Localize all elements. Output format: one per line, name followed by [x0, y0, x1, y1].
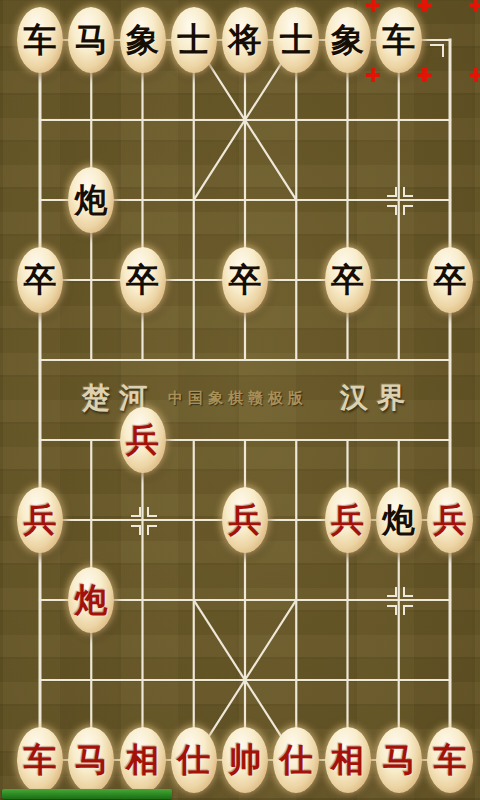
piece-glyph: 士: [280, 23, 313, 56]
board-point-marker: [131, 525, 141, 535]
piece-red-soldier[interactable]: 兵: [222, 487, 268, 553]
piece-black-cannon[interactable]: 炮: [68, 167, 114, 233]
board-point-marker: [147, 525, 157, 535]
board-point-marker: [131, 507, 141, 517]
board-point-marker: [387, 605, 397, 615]
piece-black-cannon[interactable]: 炮: [376, 487, 422, 553]
piece-glyph: 车: [382, 23, 415, 56]
piece-black-soldier[interactable]: 卒: [222, 247, 268, 313]
last-move-marker: [366, 68, 380, 82]
last-move-marker: [418, 0, 432, 12]
piece-black-soldier[interactable]: 卒: [325, 247, 371, 313]
piece-glyph: 象: [126, 23, 159, 56]
piece-red-soldier[interactable]: 兵: [17, 487, 63, 553]
app-edition-label: 中国象棋赣极版: [168, 389, 308, 408]
piece-black-elephant[interactable]: 象: [120, 7, 166, 73]
river-label-right: 汉界: [340, 379, 414, 417]
piece-red-soldier[interactable]: 兵: [427, 487, 473, 553]
piece-glyph: 兵: [229, 503, 262, 536]
piece-glyph: 象: [331, 23, 364, 56]
piece-black-chariot[interactable]: 车: [376, 7, 422, 73]
board-point-marker: [387, 587, 397, 597]
piece-glyph: 卒: [229, 263, 262, 296]
piece-black-soldier[interactable]: 卒: [17, 247, 63, 313]
last-move-marker: [366, 0, 380, 12]
piece-glyph: 仕: [280, 743, 313, 776]
piece-glyph: 马: [382, 743, 415, 776]
board-point-marker: [403, 187, 413, 197]
piece-red-cannon[interactable]: 炮: [68, 567, 114, 633]
piece-red-chariot[interactable]: 车: [17, 727, 63, 793]
piece-glyph: 卒: [434, 263, 467, 296]
piece-black-general[interactable]: 将: [222, 7, 268, 73]
piece-red-elephant[interactable]: 相: [325, 727, 371, 793]
piece-glyph: 炮: [75, 583, 108, 616]
last-move-marker: [469, 68, 480, 82]
xiangqi-board-screen: 楚河 中国象棋赣极版 汉界 车马象士将士象车炮卒卒卒卒卒炮兵兵兵兵兵炮车马相仕帅…: [0, 0, 480, 800]
piece-glyph: 兵: [434, 503, 467, 536]
piece-black-horse[interactable]: 马: [68, 7, 114, 73]
board-point-marker: [403, 587, 413, 597]
board-point-marker: [387, 205, 397, 215]
piece-red-soldier[interactable]: 兵: [120, 407, 166, 473]
piece-glyph: 炮: [382, 503, 415, 536]
last-move-marker: [469, 0, 480, 12]
progress-bar: [2, 789, 172, 799]
last-move-marker: [418, 68, 432, 82]
piece-red-advisor[interactable]: 仕: [273, 727, 319, 793]
piece-black-chariot[interactable]: 车: [17, 7, 63, 73]
board-point-marker: [387, 187, 397, 197]
board-point-marker: [403, 205, 413, 215]
piece-glyph: 车: [434, 743, 467, 776]
piece-glyph: 卒: [331, 263, 364, 296]
piece-red-horse[interactable]: 马: [68, 727, 114, 793]
piece-red-soldier[interactable]: 兵: [325, 487, 371, 553]
piece-glyph: 相: [331, 743, 364, 776]
corner-bracket-marker: [430, 44, 444, 57]
piece-glyph: 车: [24, 23, 57, 56]
piece-glyph: 卒: [24, 263, 57, 296]
piece-glyph: 兵: [331, 503, 364, 536]
piece-glyph: 卒: [126, 263, 159, 296]
piece-red-advisor[interactable]: 仕: [171, 727, 217, 793]
piece-glyph: 马: [75, 23, 108, 56]
piece-glyph: 车: [24, 743, 57, 776]
piece-red-general[interactable]: 帅: [222, 727, 268, 793]
board-point-marker: [403, 605, 413, 615]
piece-glyph: 兵: [24, 503, 57, 536]
piece-red-elephant[interactable]: 相: [120, 727, 166, 793]
piece-glyph: 兵: [126, 423, 159, 456]
piece-glyph: 将: [229, 23, 262, 56]
piece-glyph: 仕: [177, 743, 210, 776]
piece-glyph: 马: [75, 743, 108, 776]
board-point-marker: [147, 507, 157, 517]
piece-black-soldier[interactable]: 卒: [120, 247, 166, 313]
piece-red-horse[interactable]: 马: [376, 727, 422, 793]
piece-glyph: 相: [126, 743, 159, 776]
piece-black-advisor[interactable]: 士: [273, 7, 319, 73]
piece-glyph: 炮: [75, 183, 108, 216]
piece-black-advisor[interactable]: 士: [171, 7, 217, 73]
piece-black-elephant[interactable]: 象: [325, 7, 371, 73]
piece-glyph: 士: [177, 23, 210, 56]
piece-black-soldier[interactable]: 卒: [427, 247, 473, 313]
piece-red-chariot[interactable]: 车: [427, 727, 473, 793]
piece-glyph: 帅: [229, 743, 262, 776]
